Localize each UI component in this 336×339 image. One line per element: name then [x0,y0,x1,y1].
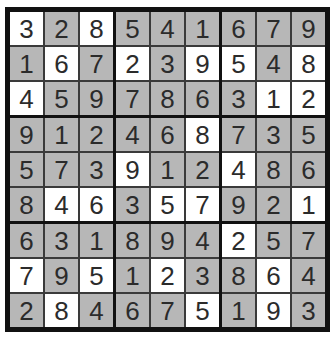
cell-r7c4: 8 [116,224,149,257]
cell-r9c9: 3 [292,294,325,327]
cell-r9c8: 9 [257,294,290,327]
cell-r2c2: 6 [45,47,78,80]
cell-r6c4: 3 [116,188,149,221]
box-r7-9-c1-3: 6 3 1 7 9 5 2 8 4 [10,224,113,327]
cell-r1c6: 1 [186,12,219,45]
cell-r8c9: 4 [292,259,325,292]
cell-r9c5: 7 [151,294,184,327]
cell-r7c9: 7 [292,224,325,257]
cell-r7c8: 5 [257,224,290,257]
cell-r4c5: 6 [151,118,184,151]
cell-r2c4: 2 [116,47,149,80]
cell-r5c3: 3 [80,153,113,186]
cell-r2c5: 3 [151,47,184,80]
cell-r2c6: 9 [186,47,219,80]
cell-r1c1: 3 [10,12,43,45]
cell-r4c9: 5 [292,118,325,151]
cell-r7c1: 6 [10,224,43,257]
cell-r5c4: 9 [116,153,149,186]
cell-r3c7: 3 [222,82,255,115]
cell-r5c5: 1 [151,153,184,186]
box-r1-3-c1-3: 3 2 8 1 6 7 4 5 9 [10,12,113,115]
cell-r1c7: 6 [222,12,255,45]
cell-r8c3: 5 [80,259,113,292]
cell-r9c1: 2 [10,294,43,327]
cell-r2c7: 5 [222,47,255,80]
cell-r9c2: 8 [45,294,78,327]
box-r7-9-c7-9: 2 5 7 8 6 4 1 9 3 [222,224,325,327]
cell-r4c4: 4 [116,118,149,151]
box-r4-6-c7-9: 7 3 5 4 8 6 9 2 1 [222,118,325,221]
cell-r8c2: 9 [45,259,78,292]
cell-r4c8: 3 [257,118,290,151]
cell-r6c7: 9 [222,188,255,221]
cell-r2c9: 8 [292,47,325,80]
cell-r3c2: 5 [45,82,78,115]
cell-r5c1: 5 [10,153,43,186]
cell-r5c8: 8 [257,153,290,186]
cell-r8c8: 6 [257,259,290,292]
cell-r5c7: 4 [222,153,255,186]
cell-r7c7: 2 [222,224,255,257]
cell-r7c5: 9 [151,224,184,257]
cell-r8c5: 2 [151,259,184,292]
cell-r3c4: 7 [116,82,149,115]
page: 3 2 8 1 6 7 4 5 9 5 4 1 2 3 9 7 8 6 6 7 … [0,0,336,339]
box-r4-6-c1-3: 9 1 2 5 7 3 8 4 6 [10,118,113,221]
cell-r6c5: 5 [151,188,184,221]
cell-r6c1: 8 [10,188,43,221]
cell-r3c1: 4 [10,82,43,115]
cell-r3c9: 2 [292,82,325,115]
cell-r5c6: 2 [186,153,219,186]
cell-r9c3: 4 [80,294,113,327]
box-r1-3-c4-6: 5 4 1 2 3 9 7 8 6 [116,12,219,115]
cell-r8c6: 3 [186,259,219,292]
cell-r3c8: 1 [257,82,290,115]
cell-r6c8: 2 [257,188,290,221]
cell-r1c4: 5 [116,12,149,45]
cell-r5c2: 7 [45,153,78,186]
cell-r9c6: 5 [186,294,219,327]
cell-r1c3: 8 [80,12,113,45]
cell-r8c7: 8 [222,259,255,292]
cell-r3c6: 6 [186,82,219,115]
cell-r1c2: 2 [45,12,78,45]
cell-r4c3: 2 [80,118,113,151]
box-r4-6-c4-6: 4 6 8 9 1 2 3 5 7 [116,118,219,221]
cell-r6c9: 1 [292,188,325,221]
cell-r4c7: 7 [222,118,255,151]
box-r7-9-c4-6: 8 9 4 1 2 3 6 7 5 [116,224,219,327]
cell-r1c8: 7 [257,12,290,45]
cell-r9c7: 1 [222,294,255,327]
cell-r1c5: 4 [151,12,184,45]
cell-r9c4: 6 [116,294,149,327]
cell-r6c3: 6 [80,188,113,221]
cell-r4c2: 1 [45,118,78,151]
cell-r6c2: 4 [45,188,78,221]
cell-r6c6: 7 [186,188,219,221]
cell-r2c8: 4 [257,47,290,80]
cell-r2c1: 1 [10,47,43,80]
cell-r5c9: 6 [292,153,325,186]
cell-r4c1: 9 [10,118,43,151]
cell-r7c6: 4 [186,224,219,257]
cell-r3c3: 9 [80,82,113,115]
cell-r7c2: 3 [45,224,78,257]
cell-r2c3: 7 [80,47,113,80]
cell-r8c4: 1 [116,259,149,292]
cell-r4c6: 8 [186,118,219,151]
cell-r8c1: 7 [10,259,43,292]
cell-r7c3: 1 [80,224,113,257]
sudoku-board: 3 2 8 1 6 7 4 5 9 5 4 1 2 3 9 7 8 6 6 7 … [5,7,330,332]
box-r1-3-c7-9: 6 7 9 5 4 8 3 1 2 [222,12,325,115]
cell-r1c9: 9 [292,12,325,45]
cell-r3c5: 8 [151,82,184,115]
